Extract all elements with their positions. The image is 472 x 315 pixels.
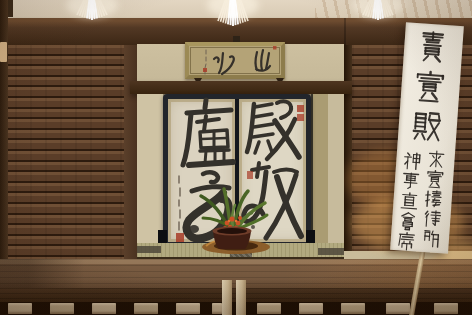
foundation-block	[50, 303, 74, 314]
alcove-right-wall	[328, 94, 344, 246]
foundation-block	[8, 303, 32, 314]
foundation-block	[299, 303, 323, 314]
foundation-block	[176, 303, 200, 314]
screen-right-text: 殿馭	[239, 99, 240, 100]
metal-bracket	[0, 42, 7, 62]
foundation-block	[386, 303, 410, 314]
screen-right-panel: 殿馭	[239, 99, 306, 242]
screen-left-text: 盧与	[168, 99, 169, 100]
foundation-block	[434, 303, 458, 314]
right-shutter-frame	[344, 45, 352, 251]
beam-joint	[344, 18, 346, 46]
left-shutter-frame	[124, 45, 137, 259]
foundation-block	[134, 303, 158, 314]
foundation-block	[341, 303, 365, 314]
calligraphy-folding-screen: 盧与 殿馭	[163, 94, 311, 247]
left-edge-post	[0, 0, 8, 259]
left-shutter-panel	[0, 45, 124, 259]
photo-scene: Shrine hall veranda: two-panel calligrap…	[0, 0, 472, 315]
foundation-block	[257, 303, 281, 314]
foundation-block	[92, 303, 116, 314]
step-post	[222, 280, 232, 315]
alcove-left-wall	[137, 94, 163, 244]
step-post	[236, 280, 246, 315]
screen-left-panel: 盧与	[168, 99, 235, 242]
tatami-border	[318, 248, 344, 255]
calligraphy-plaque: 山水	[185, 42, 285, 79]
eave-rafters	[315, 0, 472, 20]
foundation-block	[212, 303, 222, 314]
tatami-border	[137, 246, 161, 253]
lintel-beam	[130, 81, 352, 94]
plaque-mat	[190, 47, 280, 74]
